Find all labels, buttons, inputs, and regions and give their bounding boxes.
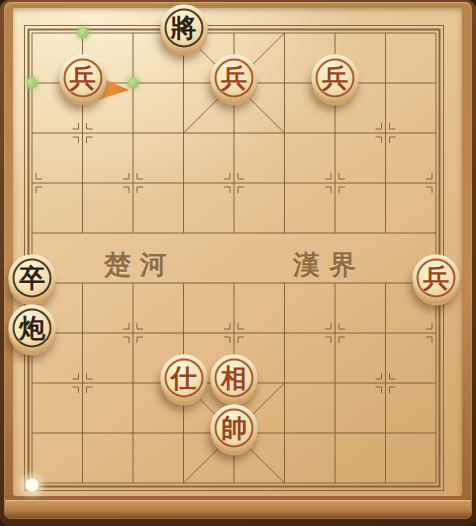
piece-black-cannon-1[interactable]: 炮 xyxy=(9,305,56,352)
piece-character: 將 xyxy=(171,15,197,41)
piece-red-soldier-4[interactable]: 兵 xyxy=(413,255,460,302)
piece-character: 卒 xyxy=(19,265,45,291)
piece-red-soldier-1[interactable]: 兵 xyxy=(59,55,106,102)
piece-character: 帥 xyxy=(221,415,247,441)
river-label-right: 漢界 xyxy=(293,247,365,283)
piece-red-advisor-1[interactable]: 仕 xyxy=(160,355,207,402)
piece-black-general[interactable]: 將 xyxy=(160,5,207,52)
piece-character: 兵 xyxy=(221,65,247,91)
move-target-dot[interactable] xyxy=(27,78,38,89)
piece-character: 兵 xyxy=(322,65,348,91)
piece-black-soldier-1[interactable]: 卒 xyxy=(9,255,56,302)
piece-character: 相 xyxy=(221,365,247,391)
piece-character: 仕 xyxy=(171,365,197,391)
piece-red-soldier-2[interactable]: 兵 xyxy=(211,55,258,102)
xiangqi-board: 楚河 漢界 將兵兵兵卒兵炮仕相帥 xyxy=(0,0,476,526)
river-label-left: 楚河 xyxy=(104,247,176,283)
glow-marker xyxy=(25,478,39,492)
move-target-dot[interactable] xyxy=(128,78,139,89)
piece-character: 炮 xyxy=(19,315,45,341)
piece-red-elephant-1[interactable]: 相 xyxy=(211,355,258,402)
piece-red-soldier-3[interactable]: 兵 xyxy=(312,55,359,102)
piece-character: 兵 xyxy=(423,265,449,291)
piece-character: 兵 xyxy=(70,65,96,91)
piece-red-general[interactable]: 帥 xyxy=(211,405,258,452)
move-target-dot[interactable] xyxy=(77,28,88,39)
